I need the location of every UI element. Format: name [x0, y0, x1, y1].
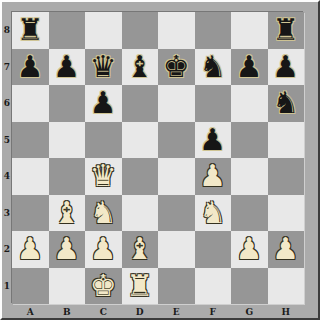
square-a6[interactable] [12, 85, 49, 122]
file-label-g: G [231, 305, 268, 318]
square-b7[interactable]: ♟ [49, 49, 86, 86]
square-h3[interactable] [268, 195, 305, 232]
piece-white-knight: ♞ [199, 195, 226, 231]
square-a3[interactable] [12, 195, 49, 232]
square-a1[interactable] [12, 268, 49, 305]
piece-black-pawn: ♟ [90, 85, 117, 121]
rank-label-2: 2 [2, 231, 12, 268]
piece-black-king: ♚ [163, 49, 190, 85]
square-a2[interactable]: ♟ [12, 231, 49, 268]
square-a5[interactable] [12, 122, 49, 159]
piece-white-pawn: ♟ [199, 158, 226, 194]
square-b4[interactable] [49, 158, 86, 195]
rank-label-4: 4 [2, 158, 12, 195]
square-g8[interactable] [231, 12, 268, 49]
square-d4[interactable] [122, 158, 159, 195]
square-a4[interactable] [12, 158, 49, 195]
square-h6[interactable]: ♞ [268, 85, 305, 122]
piece-black-pawn: ♟ [199, 122, 226, 158]
square-f3[interactable]: ♞ [195, 195, 232, 232]
square-h2[interactable]: ♟ [268, 231, 305, 268]
square-b3[interactable]: ♝ [49, 195, 86, 232]
file-label-h: H [268, 305, 305, 318]
piece-white-pawn: ♟ [53, 231, 80, 267]
rank-label-1: 1 [2, 268, 12, 305]
board-frame: 87654321 ♜♜♟♟♛♝♚♞♟♟♟♞♟♛♟♝♞♞♟♟♟♝♟♟♚♜ ABCD… [0, 0, 320, 320]
piece-white-pawn: ♟ [236, 231, 263, 267]
file-label-d: D [122, 305, 159, 318]
piece-black-knight: ♞ [272, 85, 299, 121]
square-e8[interactable] [158, 12, 195, 49]
chess-board: ♜♜♟♟♛♝♚♞♟♟♟♞♟♛♟♝♞♞♟♟♟♝♟♟♚♜ [12, 12, 304, 304]
rank-label-6: 6 [2, 85, 12, 122]
square-f2[interactable] [195, 231, 232, 268]
square-c7[interactable]: ♛ [85, 49, 122, 86]
square-d7[interactable]: ♝ [122, 49, 159, 86]
rank-labels: 87654321 [2, 12, 12, 304]
rank-label-7: 7 [2, 49, 12, 86]
piece-black-pawn: ♟ [272, 49, 299, 85]
file-label-f: F [195, 305, 232, 318]
square-g3[interactable] [231, 195, 268, 232]
square-f6[interactable] [195, 85, 232, 122]
square-f7[interactable]: ♞ [195, 49, 232, 86]
square-c3[interactable]: ♞ [85, 195, 122, 232]
square-g6[interactable] [231, 85, 268, 122]
piece-black-knight: ♞ [199, 49, 226, 85]
square-f4[interactable]: ♟ [195, 158, 232, 195]
square-e6[interactable] [158, 85, 195, 122]
square-h4[interactable] [268, 158, 305, 195]
square-b1[interactable] [49, 268, 86, 305]
piece-black-pawn: ♟ [236, 49, 263, 85]
piece-white-king: ♚ [90, 268, 117, 304]
square-b2[interactable]: ♟ [49, 231, 86, 268]
piece-black-pawn: ♟ [17, 49, 44, 85]
square-g2[interactable]: ♟ [231, 231, 268, 268]
square-f5[interactable]: ♟ [195, 122, 232, 159]
piece-white-rook: ♜ [126, 268, 153, 304]
square-g5[interactable] [231, 122, 268, 159]
square-c4[interactable]: ♛ [85, 158, 122, 195]
piece-white-queen: ♛ [90, 158, 117, 194]
square-d2[interactable]: ♝ [122, 231, 159, 268]
square-f1[interactable] [195, 268, 232, 305]
square-d6[interactable] [122, 85, 159, 122]
square-a7[interactable]: ♟ [12, 49, 49, 86]
square-c2[interactable]: ♟ [85, 231, 122, 268]
square-d8[interactable] [122, 12, 159, 49]
square-d3[interactable] [122, 195, 159, 232]
square-e3[interactable] [158, 195, 195, 232]
square-e1[interactable] [158, 268, 195, 305]
piece-white-pawn: ♟ [17, 231, 44, 267]
square-e5[interactable] [158, 122, 195, 159]
piece-white-pawn: ♟ [272, 231, 299, 267]
rank-label-3: 3 [2, 195, 12, 232]
square-c8[interactable] [85, 12, 122, 49]
square-b8[interactable] [49, 12, 86, 49]
rank-label-5: 5 [2, 122, 12, 159]
square-c1[interactable]: ♚ [85, 268, 122, 305]
file-label-a: A [12, 305, 49, 318]
square-f8[interactable] [195, 12, 232, 49]
square-b6[interactable] [49, 85, 86, 122]
square-e4[interactable] [158, 158, 195, 195]
file-label-c: C [85, 305, 122, 318]
square-g1[interactable] [231, 268, 268, 305]
square-h7[interactable]: ♟ [268, 49, 305, 86]
square-a8[interactable]: ♜ [12, 12, 49, 49]
square-h5[interactable] [268, 122, 305, 159]
square-e7[interactable]: ♚ [158, 49, 195, 86]
piece-black-pawn: ♟ [53, 49, 80, 85]
square-h8[interactable]: ♜ [268, 12, 305, 49]
square-d5[interactable] [122, 122, 159, 159]
square-c5[interactable] [85, 122, 122, 159]
piece-white-pawn: ♟ [90, 231, 117, 267]
piece-white-knight: ♞ [90, 195, 117, 231]
piece-white-bishop: ♝ [53, 195, 80, 231]
file-labels: ABCDEFGH [12, 305, 304, 318]
square-d1[interactable]: ♜ [122, 268, 159, 305]
piece-black-rook: ♜ [272, 12, 299, 48]
rank-label-8: 8 [2, 12, 12, 49]
square-g7[interactable]: ♟ [231, 49, 268, 86]
square-b5[interactable] [49, 122, 86, 159]
square-e2[interactable] [158, 231, 195, 268]
file-label-e: E [158, 305, 195, 318]
piece-black-bishop: ♝ [126, 49, 153, 85]
piece-black-rook: ♜ [17, 12, 44, 48]
piece-white-bishop: ♝ [126, 231, 153, 267]
square-c6[interactable]: ♟ [85, 85, 122, 122]
piece-black-queen: ♛ [90, 49, 117, 85]
square-g4[interactable] [231, 158, 268, 195]
square-h1[interactable] [268, 268, 305, 305]
file-label-b: B [49, 305, 86, 318]
